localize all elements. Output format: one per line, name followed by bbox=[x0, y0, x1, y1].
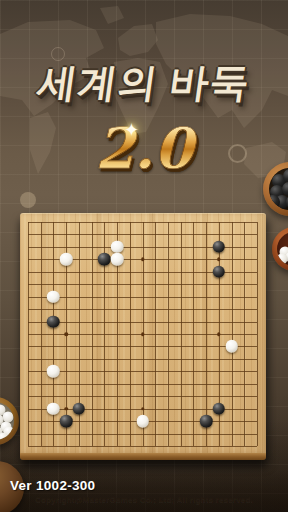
go-board[interactable] bbox=[20, 213, 266, 460]
version-text: Ver 1002-300 bbox=[10, 478, 95, 493]
grid-line-horizontal bbox=[28, 396, 257, 397]
star-point bbox=[64, 407, 68, 411]
black-stone bbox=[213, 241, 226, 254]
grid-line-horizontal bbox=[28, 371, 257, 372]
white-stone bbox=[225, 340, 238, 353]
white-bowl-stone bbox=[0, 433, 8, 440]
board-front-edge bbox=[20, 453, 266, 460]
white-stone-bowl-left-interior bbox=[0, 402, 14, 440]
grid-line-vertical bbox=[206, 222, 207, 446]
decor-circle bbox=[51, 47, 65, 61]
white-stone bbox=[136, 415, 149, 428]
star-point bbox=[141, 332, 145, 336]
white-stone bbox=[47, 402, 60, 415]
sparkle-icon: ✦ bbox=[124, 121, 139, 139]
white-stone bbox=[47, 365, 60, 378]
grid-line-horizontal bbox=[28, 359, 257, 360]
grid-line-horizontal bbox=[28, 346, 257, 347]
white-bowl-stone bbox=[277, 254, 288, 265]
grid-line-vertical bbox=[244, 222, 245, 446]
black-stone bbox=[60, 415, 73, 428]
black-stone bbox=[73, 402, 86, 415]
grid-line-horizontal bbox=[28, 434, 257, 435]
grid-line-vertical bbox=[155, 222, 156, 446]
version-number: 2.0 bbox=[0, 120, 288, 176]
white-stone bbox=[111, 253, 124, 266]
grid-line-vertical bbox=[257, 222, 258, 446]
star-point bbox=[64, 332, 68, 336]
go-grid bbox=[28, 222, 257, 446]
app-title: 세계의 바둑 bbox=[0, 63, 288, 102]
white-stone bbox=[47, 290, 60, 303]
copyright-text: Copyright@MasterGames Co.; Ltd; All righ… bbox=[0, 495, 288, 504]
grid-line-vertical bbox=[193, 222, 194, 446]
star-point bbox=[141, 258, 145, 262]
star-point bbox=[141, 407, 145, 411]
white-stone-bowl-right-interior bbox=[277, 232, 288, 266]
white-stone bbox=[111, 241, 124, 254]
grid-line-horizontal bbox=[28, 384, 257, 385]
star-point bbox=[217, 332, 221, 336]
black-bowl-stone bbox=[286, 195, 288, 209]
app-screen: 세계의 바둑 2.0 ✦ Ver 1002-300 Copyright@Mast… bbox=[0, 0, 288, 512]
grid-line-vertical bbox=[168, 222, 169, 446]
black-stone bbox=[200, 415, 213, 428]
black-stone bbox=[98, 253, 111, 266]
black-stone bbox=[213, 402, 226, 415]
board-surface bbox=[20, 213, 266, 453]
grid-line-vertical bbox=[232, 222, 233, 446]
grid-line-horizontal bbox=[28, 446, 257, 447]
star-point bbox=[217, 258, 221, 262]
white-stone bbox=[60, 253, 73, 266]
black-stone bbox=[47, 315, 60, 328]
decor-dot bbox=[20, 192, 36, 208]
grid-line-vertical bbox=[181, 222, 182, 446]
black-stone bbox=[213, 266, 226, 279]
